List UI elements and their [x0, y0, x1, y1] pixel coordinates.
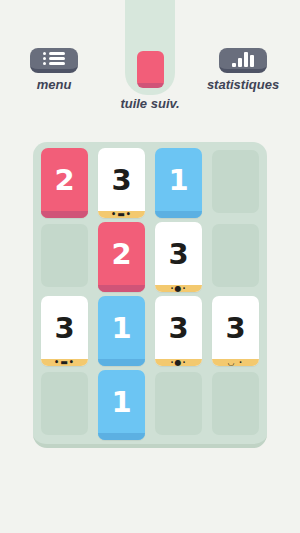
tile-value: 2 [41, 148, 88, 211]
board-cell-r2c2: 3·●· [155, 298, 202, 361]
tile-lip [98, 359, 145, 366]
board-cell-r2c3: 3◡ · [212, 298, 259, 361]
stats-group: statistiques [198, 48, 288, 92]
board-cell-r1c3 [212, 224, 259, 287]
board-cell-r1c0 [41, 224, 88, 287]
tile-value: 2 [98, 222, 145, 285]
board-cell-r0c2: 1 [155, 150, 202, 213]
tile-face: ·●· [155, 285, 202, 292]
tile-value: 1 [98, 296, 145, 359]
menu-list-icon [43, 52, 65, 65]
tile-lip [98, 285, 145, 292]
next-tile-label: tuile suiv. [75, 96, 225, 111]
board-cell-r0c3 [212, 150, 259, 213]
bar-chart-icon [232, 51, 254, 67]
board-cell-r3c0 [41, 372, 88, 435]
tile-face: ◡ · [212, 359, 259, 366]
tile-face: •▬• [41, 359, 88, 366]
board-grid: 23•▬•123·●·3•▬•13·●·3◡ ·1 [33, 142, 267, 443]
tile-value: 3 [41, 296, 88, 359]
tile-1[interactable]: 1 [98, 370, 145, 440]
board-cell-r3c3 [212, 372, 259, 435]
threes-screen: tuile suiv. menu statistiques 23•▬•123·●… [0, 0, 300, 533]
tile-3[interactable]: 3•▬• [41, 296, 88, 366]
menu-group: menu [9, 48, 99, 92]
tile-3[interactable]: 3◡ · [212, 296, 259, 366]
board-cell-r0c1: 3•▬• [98, 150, 145, 213]
board-cell-r0c0: 2 [41, 150, 88, 213]
board-cell-r1c1: 2 [98, 224, 145, 287]
tile-value: 1 [155, 148, 202, 211]
tile-1[interactable]: 1 [155, 148, 202, 218]
menu-label: menu [37, 77, 72, 92]
tile-3[interactable]: 3•▬• [98, 148, 145, 218]
tile-lip [41, 211, 88, 218]
statistics-label: statistiques [207, 77, 279, 92]
tile-value: 3 [212, 296, 259, 359]
tile-value: 3 [155, 296, 202, 359]
board-cell-r1c2: 3·●· [155, 224, 202, 287]
tile-3[interactable]: 3·●· [155, 296, 202, 366]
statistics-button[interactable] [219, 48, 267, 73]
next-tile-body [137, 51, 164, 83]
board[interactable]: 23•▬•123·●·3•▬•13·●·3◡ ·1 [33, 142, 267, 448]
next-tile-slot [125, 0, 175, 95]
tile-lip [155, 211, 202, 218]
board-cell-r2c0: 3•▬• [41, 298, 88, 361]
tile-face: ·●· [155, 359, 202, 366]
next-tile [137, 51, 164, 88]
board-cell-r2c1: 1 [98, 298, 145, 361]
tile-value: 3 [155, 222, 202, 285]
menu-button[interactable] [30, 48, 78, 73]
tile-3[interactable]: 3·●· [155, 222, 202, 292]
tile-1[interactable]: 1 [98, 296, 145, 366]
tile-value: 1 [98, 370, 145, 433]
tile-2[interactable]: 2 [98, 222, 145, 292]
tile-2[interactable]: 2 [41, 148, 88, 218]
board-cell-r3c2 [155, 372, 202, 435]
tile-lip [98, 433, 145, 440]
tile-face: •▬• [98, 211, 145, 218]
tile-value: 3 [98, 148, 145, 211]
board-cell-r3c1: 1 [98, 372, 145, 435]
next-tile-lip [137, 83, 164, 88]
